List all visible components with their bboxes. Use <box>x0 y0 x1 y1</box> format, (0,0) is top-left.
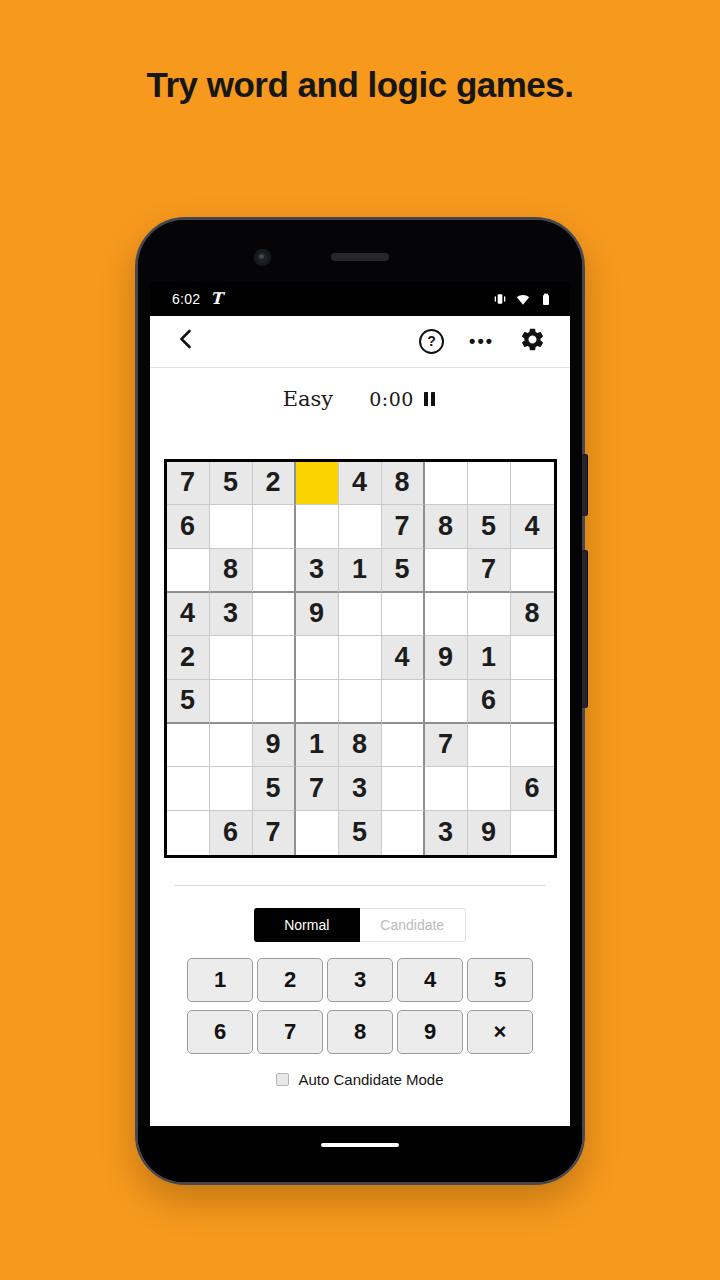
section-divider <box>174 885 546 886</box>
sudoku-cell-r8c4[interactable]: 7 <box>296 767 339 811</box>
sudoku-cell-r2c3[interactable] <box>253 505 296 549</box>
sudoku-cell-r3c5[interactable]: 1 <box>339 549 382 593</box>
sudoku-cell-r5c3[interactable] <box>253 636 296 680</box>
sudoku-cell-r5c5[interactable] <box>339 636 382 680</box>
sudoku-cell-r1c3[interactable]: 2 <box>253 462 296 506</box>
normal-mode-button[interactable]: Normal <box>254 908 360 942</box>
sudoku-cell-r1c1[interactable]: 7 <box>167 462 210 506</box>
earpiece-speaker <box>331 253 389 261</box>
sudoku-cell-r4c2[interactable]: 3 <box>210 593 253 637</box>
front-camera <box>254 249 271 266</box>
sudoku-cell-r6c2[interactable] <box>210 680 253 724</box>
sudoku-cell-r4c8[interactable] <box>468 593 511 637</box>
sudoku-cell-r4c3[interactable] <box>253 593 296 637</box>
game-info-bar: Easy 0:00 <box>150 384 570 414</box>
sudoku-cell-r6c1[interactable]: 5 <box>167 680 210 724</box>
sudoku-cell-r7c4[interactable]: 1 <box>296 724 339 768</box>
home-indicator[interactable] <box>321 1143 399 1147</box>
sudoku-cell-r9c6[interactable] <box>382 811 425 855</box>
sudoku-cell-r8c6[interactable] <box>382 767 425 811</box>
sudoku-cell-r1c9[interactable] <box>511 462 554 506</box>
sudoku-cell-r3c8[interactable]: 7 <box>468 549 511 593</box>
sudoku-cell-r5c1[interactable]: 2 <box>167 636 210 680</box>
sudoku-cell-r9c7[interactable]: 3 <box>425 811 468 855</box>
sudoku-cell-r4c6[interactable] <box>382 593 425 637</box>
sudoku-app: ? ••• Easy 0:00 752486785483157439824915… <box>150 316 570 1126</box>
sudoku-cell-r9c5[interactable]: 5 <box>339 811 382 855</box>
key-1[interactable]: 1 <box>187 958 253 1002</box>
sudoku-cell-r1c5[interactable]: 4 <box>339 462 382 506</box>
sudoku-cell-r1c4[interactable] <box>296 462 339 506</box>
sudoku-cell-r6c7[interactable] <box>425 680 468 724</box>
sudoku-cell-r3c6[interactable]: 5 <box>382 549 425 593</box>
difficulty-label[interactable]: Easy <box>283 387 334 411</box>
sudoku-cell-r5c6[interactable]: 4 <box>382 636 425 680</box>
vibrate-icon <box>492 291 508 307</box>
sudoku-cell-r2c5[interactable] <box>339 505 382 549</box>
sudoku-cell-r2c7[interactable]: 8 <box>425 505 468 549</box>
sudoku-cell-r3c1[interactable] <box>167 549 210 593</box>
candidate-mode-button[interactable]: Candidate <box>360 908 467 942</box>
sudoku-cell-r1c8[interactable] <box>468 462 511 506</box>
sudoku-cell-r3c2[interactable]: 8 <box>210 549 253 593</box>
sudoku-cell-r8c2[interactable] <box>210 767 253 811</box>
sudoku-cell-r7c9[interactable] <box>511 724 554 768</box>
auto-candidate-checkbox[interactable] <box>276 1073 289 1086</box>
pause-button[interactable] <box>422 390 438 408</box>
sudoku-cell-r4c1[interactable]: 4 <box>167 593 210 637</box>
sudoku-cell-r7c1[interactable] <box>167 724 210 768</box>
sudoku-cell-r4c4[interactable]: 9 <box>296 593 339 637</box>
sudoku-cell-r4c5[interactable] <box>339 593 382 637</box>
timer: 0:00 <box>369 388 414 410</box>
sudoku-cell-r5c2[interactable] <box>210 636 253 680</box>
sudoku-cell-r7c7[interactable]: 7 <box>425 724 468 768</box>
sudoku-cell-r2c6[interactable]: 7 <box>382 505 425 549</box>
key-3[interactable]: 3 <box>327 958 393 1002</box>
status-bar: 6:02 T <box>150 282 570 316</box>
nyt-logo-icon: T <box>210 289 222 308</box>
auto-candidate-row: Auto Candidate Mode <box>150 1071 570 1088</box>
settings-gear-button[interactable] <box>519 326 546 357</box>
entry-mode-toggle: Normal Candidate <box>254 908 466 942</box>
sudoku-cell-r8c5[interactable]: 3 <box>339 767 382 811</box>
bottom-nav-bar <box>138 1126 582 1182</box>
top-bezel <box>138 220 582 282</box>
key-7[interactable]: 7 <box>257 1010 323 1054</box>
sudoku-cell-r1c7[interactable] <box>425 462 468 506</box>
sudoku-cell-r4c7[interactable] <box>425 593 468 637</box>
sudoku-cell-r6c8[interactable]: 6 <box>468 680 511 724</box>
key-9[interactable]: 9 <box>397 1010 463 1054</box>
sudoku-cell-r8c3[interactable]: 5 <box>253 767 296 811</box>
key-5[interactable]: 5 <box>467 958 533 1002</box>
app-header: ? ••• <box>150 316 570 368</box>
clock: 6:02 <box>172 291 200 307</box>
sudoku-cell-r5c9[interactable] <box>511 636 554 680</box>
battery-icon <box>538 291 554 307</box>
auto-candidate-label: Auto Candidate Mode <box>298 1071 443 1088</box>
sudoku-cell-r9c1[interactable] <box>167 811 210 855</box>
promo-headline: Try word and logic games. <box>0 66 720 105</box>
sudoku-cell-r7c8[interactable] <box>468 724 511 768</box>
sudoku-cell-r1c6[interactable]: 8 <box>382 462 425 506</box>
more-options-button[interactable]: ••• <box>469 332 494 350</box>
sudoku-cell-r1c2[interactable]: 5 <box>210 462 253 506</box>
sudoku-cell-r5c7[interactable]: 9 <box>425 636 468 680</box>
key-6[interactable]: 6 <box>187 1010 253 1054</box>
sudoku-cell-r4c9[interactable]: 8 <box>511 593 554 637</box>
sudoku-cell-r3c7[interactable] <box>425 549 468 593</box>
phone-screen: 6:02 T <box>138 220 582 1182</box>
sudoku-cell-r7c6[interactable] <box>382 724 425 768</box>
sudoku-cell-r2c1[interactable]: 6 <box>167 505 210 549</box>
sudoku-cell-r6c4[interactable] <box>296 680 339 724</box>
phone-frame: 6:02 T <box>135 217 585 1185</box>
key-4[interactable]: 4 <box>397 958 463 1002</box>
sudoku-cell-r6c5[interactable] <box>339 680 382 724</box>
sudoku-keypad: 123456789× <box>187 958 533 1054</box>
sudoku-cell-r2c8[interactable]: 5 <box>468 505 511 549</box>
sudoku-cell-r9c9[interactable] <box>511 811 554 855</box>
sudoku-cell-r9c2[interactable]: 6 <box>210 811 253 855</box>
sudoku-cell-r3c3[interactable] <box>253 549 296 593</box>
sudoku-cell-r9c4[interactable] <box>296 811 339 855</box>
key-8[interactable]: 8 <box>327 1010 393 1054</box>
sudoku-cell-r5c8[interactable]: 1 <box>468 636 511 680</box>
sudoku-cell-r3c9[interactable] <box>511 549 554 593</box>
wifi-icon <box>515 291 531 307</box>
back-button[interactable] <box>174 327 198 355</box>
sudoku-cell-r2c9[interactable]: 4 <box>511 505 554 549</box>
sudoku-cell-r8c1[interactable] <box>167 767 210 811</box>
sudoku-cell-r8c8[interactable] <box>468 767 511 811</box>
sudoku-cell-r3c4[interactable]: 3 <box>296 549 339 593</box>
key-2[interactable]: 2 <box>257 958 323 1002</box>
sudoku-cell-r7c5[interactable]: 8 <box>339 724 382 768</box>
sudoku-cell-r5c4[interactable] <box>296 636 339 680</box>
sudoku-cell-r9c8[interactable]: 9 <box>468 811 511 855</box>
key-delete[interactable]: × <box>467 1010 533 1054</box>
help-button[interactable]: ? <box>419 329 444 354</box>
sudoku-cell-r6c3[interactable] <box>253 680 296 724</box>
sudoku-cell-r2c4[interactable] <box>296 505 339 549</box>
sudoku-cell-r2c2[interactable] <box>210 505 253 549</box>
sudoku-cell-r6c9[interactable] <box>511 680 554 724</box>
sudoku-board: 75248678548315743982491569187573667539 <box>164 459 557 858</box>
sudoku-cell-r8c9[interactable]: 6 <box>511 767 554 811</box>
sudoku-cell-r6c6[interactable] <box>382 680 425 724</box>
sudoku-cell-r9c3[interactable]: 7 <box>253 811 296 855</box>
sudoku-cell-r7c3[interactable]: 9 <box>253 724 296 768</box>
sudoku-cell-r7c2[interactable] <box>210 724 253 768</box>
sudoku-cell-r8c7[interactable] <box>425 767 468 811</box>
